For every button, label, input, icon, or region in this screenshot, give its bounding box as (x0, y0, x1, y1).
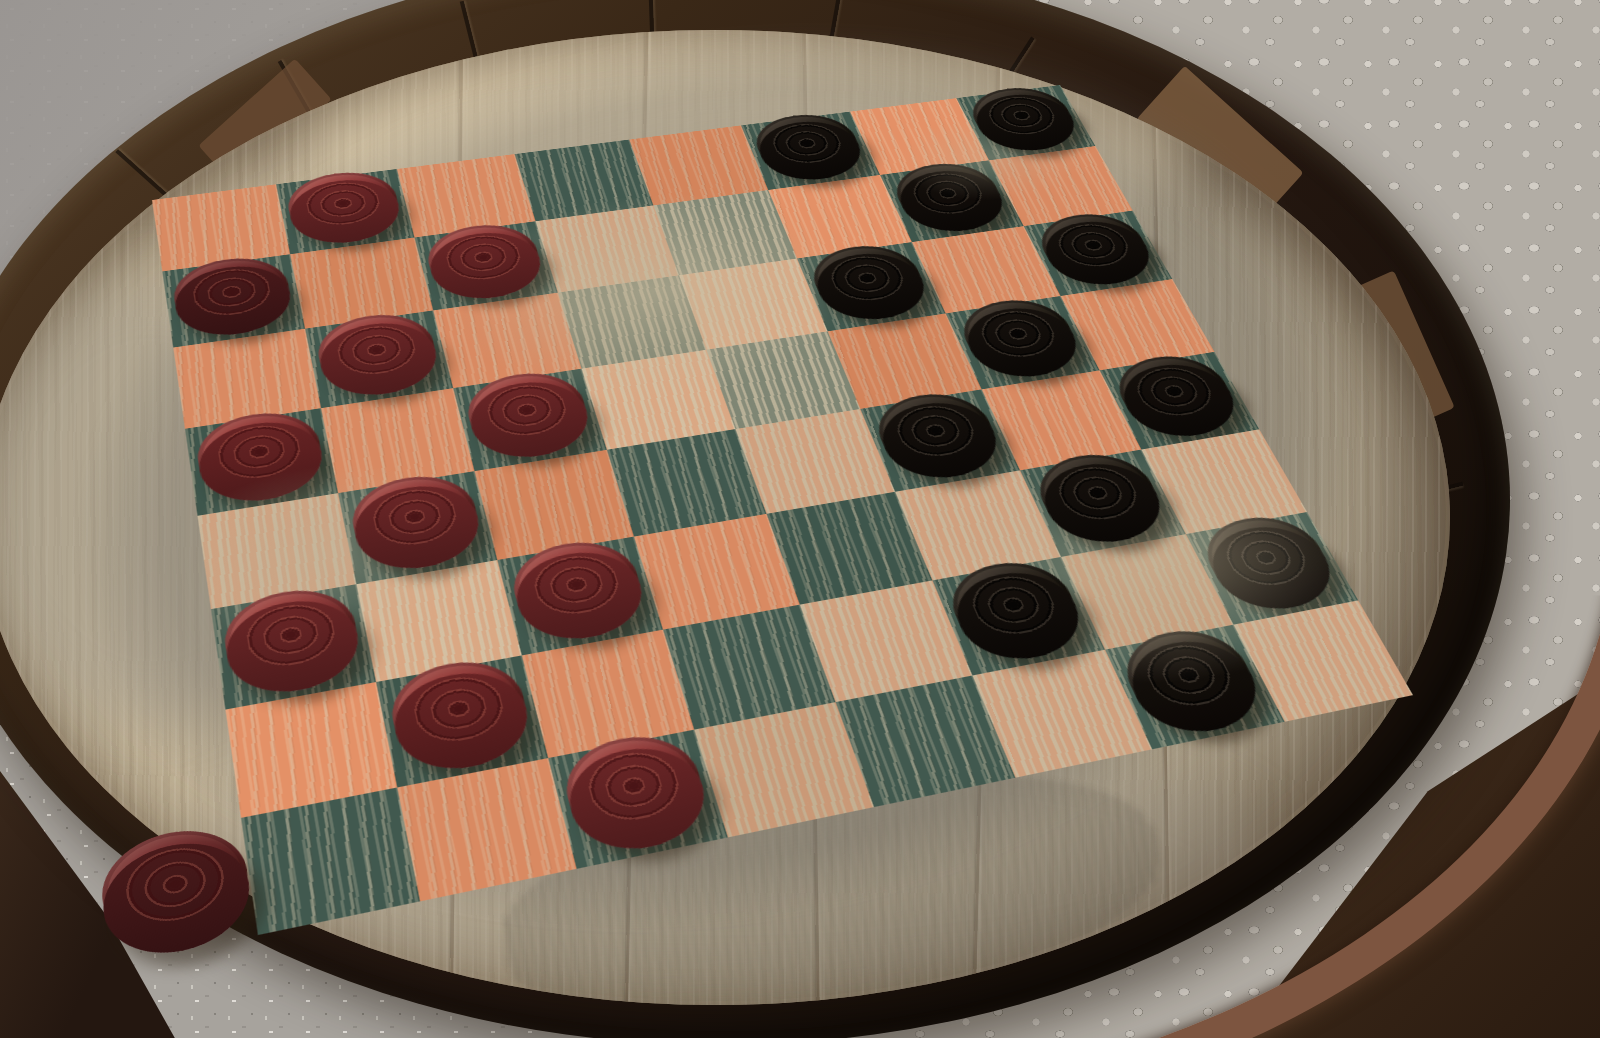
scene (0, 0, 1600, 1038)
